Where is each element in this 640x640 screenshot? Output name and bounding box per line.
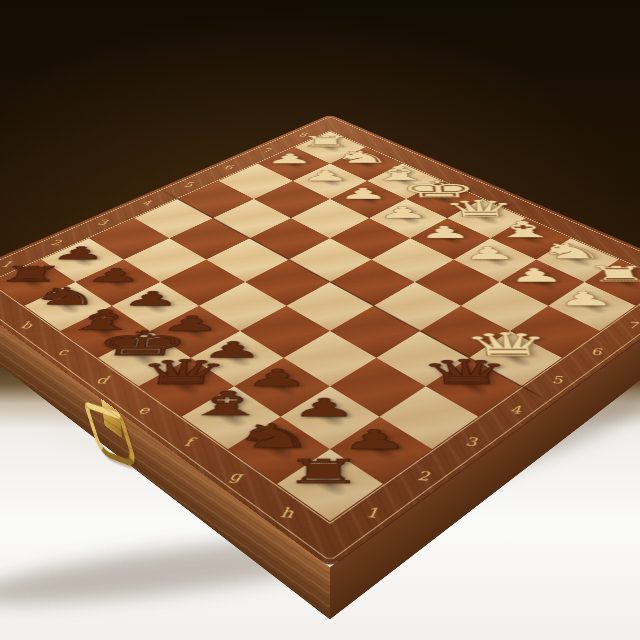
piece-light-pawn-f7[interactable]: ♟: [430, 244, 549, 262]
piece-light-pawn-c7[interactable]: ♟: [310, 186, 418, 201]
product-photo: abcdefgh1122334455667788 ♜♞♟♝♟♚♟♛♟♝♟♞♟♟♜…: [0, 0, 640, 640]
piece-dark-pawn-a2[interactable]: ♟: [18, 244, 139, 262]
chess-board: abcdefgh1122334455667788 ♜♞♟♝♟♚♟♛♟♝♟♞♟♟♜…: [0, 131, 640, 521]
piece-light-pawn-a7[interactable]: ♟: [238, 152, 341, 166]
piece-light-pawn-e7[interactable]: ♟: [388, 224, 503, 241]
piece-light-pawn-g7[interactable]: ♟: [474, 266, 598, 285]
piece-light-pawn-b7[interactable]: ♟: [273, 169, 378, 183]
